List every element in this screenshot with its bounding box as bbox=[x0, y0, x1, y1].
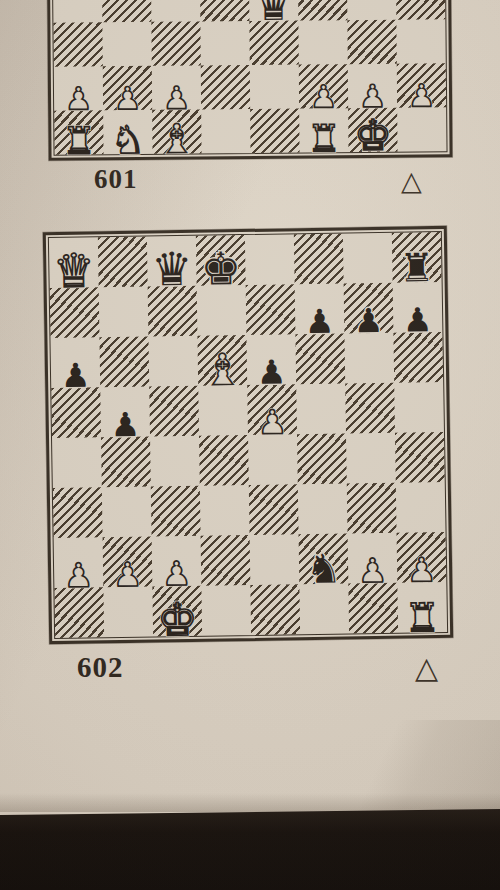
square-b3 bbox=[102, 22, 151, 66]
square-g4 bbox=[346, 433, 396, 484]
book-page-photo: ♛♛♟♟♟♟♟♟♟♟♟♟♟♟♜♜♞♞♝♝♜♜♚♚ 601 △ ♛♛♛♛♚♚♜♜♟… bbox=[0, 0, 500, 890]
square-b3 bbox=[102, 487, 152, 538]
piece-white-pawn-a2: ♟♟ bbox=[54, 537, 104, 588]
piece-black-queen-c8: ♛♛ bbox=[147, 236, 197, 287]
square-h1: ♜♜ bbox=[397, 582, 447, 633]
piece-white-bishop-c1: ♝♝ bbox=[152, 109, 201, 153]
dark-table-background bbox=[0, 808, 500, 890]
square-h5 bbox=[394, 382, 444, 433]
square-b7 bbox=[99, 287, 149, 338]
square-a3 bbox=[53, 487, 103, 538]
piece-white-pawn-b2: ♟♟ bbox=[103, 66, 152, 110]
piece-black-pawn-b5: ♟♟ bbox=[100, 387, 150, 438]
square-a1: ♜♜ bbox=[54, 110, 103, 154]
piece-white-pawn-h2: ♟♟ bbox=[397, 532, 447, 583]
piece-white-king-g1: ♚♚ bbox=[348, 108, 397, 152]
square-g8 bbox=[343, 233, 393, 284]
square-e2 bbox=[250, 534, 300, 585]
piece-black-pawn-g7: ♟♟ bbox=[344, 283, 394, 334]
square-h2: ♟♟ bbox=[397, 532, 447, 583]
square-d3 bbox=[200, 21, 249, 65]
square-d2 bbox=[201, 535, 251, 586]
square-b4 bbox=[102, 0, 151, 22]
square-g1: ♚♚ bbox=[348, 108, 397, 152]
page-curl-shading bbox=[280, 720, 500, 815]
square-c5 bbox=[149, 386, 199, 437]
white-to-move-triangle-icon: △ bbox=[401, 165, 422, 196]
caption-602: 602 △ bbox=[0, 648, 500, 684]
piece-black-pawn-e6: ♟♟ bbox=[246, 334, 296, 385]
square-e5: ♟♟ bbox=[247, 384, 297, 435]
square-d1 bbox=[201, 585, 251, 636]
piece-white-pawn-g2: ♟♟ bbox=[348, 533, 398, 584]
square-f3 bbox=[298, 20, 347, 64]
square-c2: ♟♟ bbox=[152, 65, 201, 109]
piece-black-pawn-h7: ♟♟ bbox=[393, 282, 443, 333]
diagram-601-photo-crop: ♛♛♟♟♟♟♟♟♟♟♟♟♟♟♜♜♞♞♝♝♜♜♚♚ bbox=[0, 0, 500, 162]
square-g4 bbox=[347, 0, 396, 20]
diagram-number-602: 602 bbox=[77, 651, 124, 684]
square-b1: ♞♞ bbox=[103, 110, 152, 154]
square-h8: ♜♜ bbox=[392, 232, 442, 283]
square-g3 bbox=[347, 20, 396, 64]
piece-white-pawn-a2: ♟♟ bbox=[54, 66, 103, 110]
square-d1 bbox=[201, 109, 250, 153]
square-c1: ♝♝ bbox=[152, 109, 201, 153]
square-e2 bbox=[250, 65, 299, 109]
square-g2: ♟♟ bbox=[348, 533, 398, 584]
square-a4 bbox=[53, 0, 102, 23]
piece-white-pawn-c2: ♟♟ bbox=[152, 536, 202, 587]
square-f4 bbox=[297, 433, 347, 484]
square-h7: ♟♟ bbox=[393, 282, 443, 333]
square-f5 bbox=[296, 383, 346, 434]
square-e3 bbox=[249, 484, 299, 535]
piece-black-rook-h8: ♜♜ bbox=[392, 232, 442, 283]
square-h1 bbox=[397, 107, 446, 151]
square-h3 bbox=[396, 19, 445, 63]
square-a2: ♟♟ bbox=[54, 66, 103, 110]
square-f2: ♞♞ bbox=[299, 533, 349, 584]
piece-white-pawn-c2: ♟♟ bbox=[152, 65, 201, 109]
square-g7: ♟♟ bbox=[344, 283, 394, 334]
square-c8: ♛♛ bbox=[147, 236, 197, 287]
square-e6: ♟♟ bbox=[246, 334, 296, 385]
piece-white-rook-h1: ♜♜ bbox=[397, 582, 447, 633]
square-b6 bbox=[99, 337, 149, 388]
piece-white-pawn-b2: ♟♟ bbox=[103, 537, 153, 588]
piece-white-bishop-d6: ♝♝ bbox=[197, 335, 247, 386]
square-e1 bbox=[250, 584, 300, 635]
chessboard-602-grid: ♛♛♛♛♚♚♜♜♟♟♟♟♟♟♟♟♝♝♟♟♟♟♟♟♟♟♟♟♟♟♞♞♟♟♟♟♚♚♜♜ bbox=[48, 231, 448, 639]
square-d2 bbox=[201, 65, 250, 109]
square-d4 bbox=[200, 0, 249, 21]
page-edge-shadow bbox=[0, 793, 500, 812]
square-a8: ♛♛ bbox=[49, 237, 99, 288]
square-f7: ♟♟ bbox=[295, 283, 345, 334]
square-c1: ♚♚ bbox=[152, 586, 202, 637]
piece-white-rook-a1: ♜♜ bbox=[54, 110, 103, 154]
piece-white-rook-f1: ♜♜ bbox=[299, 108, 348, 152]
piece-white-pawn-f2: ♟♟ bbox=[299, 64, 348, 108]
square-a4 bbox=[52, 437, 102, 488]
piece-white-king-c1: ♚♚ bbox=[152, 586, 202, 637]
white-to-move-triangle-icon: △ bbox=[415, 650, 438, 685]
piece-white-knight-b1: ♞♞ bbox=[103, 110, 152, 154]
square-d8: ♚♚ bbox=[196, 235, 246, 286]
square-a2: ♟♟ bbox=[54, 537, 104, 588]
square-e7 bbox=[246, 284, 296, 335]
square-f8 bbox=[294, 233, 344, 284]
caption-601: 601 △ bbox=[0, 162, 500, 198]
square-f1: ♜♜ bbox=[299, 108, 348, 152]
piece-black-pawn-f7: ♟♟ bbox=[295, 283, 345, 334]
square-b5: ♟♟ bbox=[100, 387, 150, 438]
square-h2: ♟♟ bbox=[397, 63, 446, 107]
piece-black-pawn-a6: ♟♟ bbox=[50, 337, 100, 388]
square-g3 bbox=[347, 483, 397, 534]
piece-white-queen-a8: ♛♛ bbox=[49, 237, 99, 288]
square-c4 bbox=[151, 0, 200, 22]
piece-black-knight-f2: ♞♞ bbox=[299, 533, 349, 584]
square-f2: ♟♟ bbox=[299, 64, 348, 108]
square-a3 bbox=[53, 22, 102, 66]
square-h4 bbox=[396, 0, 445, 20]
square-e8 bbox=[245, 234, 295, 285]
square-h3 bbox=[396, 482, 446, 533]
square-g2: ♟♟ bbox=[348, 64, 397, 108]
piece-white-pawn-e5: ♟♟ bbox=[247, 384, 297, 435]
square-b8 bbox=[98, 237, 148, 288]
piece-white-pawn-h2: ♟♟ bbox=[397, 63, 446, 107]
square-d3 bbox=[200, 485, 250, 536]
square-e4: ♛♛ bbox=[249, 0, 298, 21]
square-c3 bbox=[151, 21, 200, 65]
diagram-number-601: 601 bbox=[94, 164, 138, 195]
square-c4 bbox=[150, 436, 200, 487]
square-h4 bbox=[395, 432, 445, 483]
square-g5 bbox=[345, 383, 395, 434]
chessboard-601: ♛♛♟♟♟♟♟♟♟♟♟♟♟♟♜♜♞♞♝♝♜♜♚♚ bbox=[45, 0, 452, 161]
square-c2: ♟♟ bbox=[152, 536, 202, 587]
chessboard-602: ♛♛♛♛♚♚♜♜♟♟♟♟♟♟♟♟♝♝♟♟♟♟♟♟♟♟♟♟♟♟♞♞♟♟♟♟♚♚♜♜ bbox=[43, 226, 453, 644]
square-e1 bbox=[250, 109, 299, 153]
square-d4 bbox=[199, 435, 249, 486]
square-b2: ♟♟ bbox=[103, 537, 153, 588]
square-a6: ♟♟ bbox=[50, 337, 100, 388]
square-d6: ♝♝ bbox=[197, 335, 247, 386]
square-c6 bbox=[148, 336, 198, 387]
square-b2: ♟♟ bbox=[103, 66, 152, 110]
square-c3 bbox=[151, 486, 201, 537]
piece-black-queen-e4: ♛♛ bbox=[249, 0, 298, 21]
piece-black-king-d8: ♚♚ bbox=[196, 235, 246, 286]
square-f3 bbox=[298, 483, 348, 534]
square-f4 bbox=[298, 0, 347, 21]
chessboard-601-grid: ♛♛♟♟♟♟♟♟♟♟♟♟♟♟♜♜♞♞♝♝♜♜♚♚ bbox=[50, 0, 447, 156]
piece-white-pawn-g2: ♟♟ bbox=[348, 64, 397, 108]
